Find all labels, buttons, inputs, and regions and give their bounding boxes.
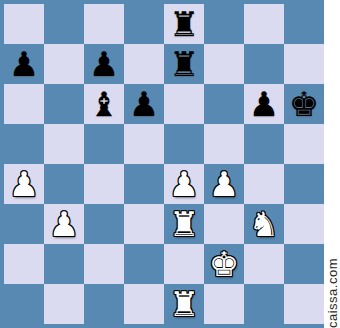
piece-black-pawn-g6: ♟ [249, 84, 279, 124]
square-d3[interactable] [124, 204, 164, 244]
square-f5[interactable] [204, 124, 244, 164]
square-c2[interactable] [84, 244, 124, 284]
chess-board: ♜♟♟♜♝♟♟♚♟♟♟♟♜♞♚♜ [4, 4, 324, 324]
square-b6[interactable] [44, 84, 84, 124]
square-d6[interactable]: ♟ [124, 84, 164, 124]
square-h7[interactable] [284, 44, 324, 84]
square-f6[interactable] [204, 84, 244, 124]
square-a4[interactable]: ♟ [4, 164, 44, 204]
square-a5[interactable] [4, 124, 44, 164]
square-h6[interactable]: ♚ [284, 84, 324, 124]
square-c4[interactable] [84, 164, 124, 204]
piece-black-pawn-d6: ♟ [129, 84, 159, 124]
piece-white-pawn-a4: ♟ [9, 164, 39, 204]
square-g6[interactable]: ♟ [244, 84, 284, 124]
square-g1[interactable] [244, 284, 284, 324]
square-e7[interactable]: ♜ [164, 44, 204, 84]
piece-white-knight-g3: ♞ [249, 204, 279, 244]
square-g4[interactable] [244, 164, 284, 204]
piece-black-rook-e8: ♜ [169, 4, 199, 44]
piece-white-rook-e1: ♜ [169, 284, 199, 324]
piece-black-bishop-c6: ♝ [89, 84, 119, 124]
square-c3[interactable] [84, 204, 124, 244]
square-h8[interactable] [284, 4, 324, 44]
square-g7[interactable] [244, 44, 284, 84]
piece-white-king-f2: ♚ [209, 244, 239, 284]
square-h4[interactable] [284, 164, 324, 204]
square-f1[interactable] [204, 284, 244, 324]
piece-white-rook-e3: ♜ [169, 204, 199, 244]
piece-black-pawn-a7: ♟ [9, 44, 39, 84]
square-e5[interactable] [164, 124, 204, 164]
square-d7[interactable] [124, 44, 164, 84]
piece-black-pawn-c7: ♟ [89, 44, 119, 84]
square-d1[interactable] [124, 284, 164, 324]
square-e1[interactable]: ♜ [164, 284, 204, 324]
square-g2[interactable] [244, 244, 284, 284]
square-f4[interactable]: ♟ [204, 164, 244, 204]
square-b3[interactable]: ♟ [44, 204, 84, 244]
chess-diagram: ♜♟♟♜♝♟♟♚♟♟♟♟♜♞♚♜ caissa.com [0, 0, 340, 328]
piece-white-pawn-e4: ♟ [169, 164, 199, 204]
piece-black-king-h6: ♚ [289, 84, 319, 124]
square-c1[interactable] [84, 284, 124, 324]
square-b8[interactable] [44, 4, 84, 44]
square-h1[interactable] [284, 284, 324, 324]
square-c8[interactable] [84, 4, 124, 44]
square-d2[interactable] [124, 244, 164, 284]
square-d4[interactable] [124, 164, 164, 204]
square-e6[interactable] [164, 84, 204, 124]
square-c6[interactable]: ♝ [84, 84, 124, 124]
square-b7[interactable] [44, 44, 84, 84]
square-c7[interactable]: ♟ [84, 44, 124, 84]
square-d5[interactable] [124, 124, 164, 164]
square-f7[interactable] [204, 44, 244, 84]
square-a3[interactable] [4, 204, 44, 244]
square-h3[interactable] [284, 204, 324, 244]
piece-white-pawn-b3: ♟ [49, 204, 79, 244]
square-g3[interactable]: ♞ [244, 204, 284, 244]
square-b4[interactable] [44, 164, 84, 204]
square-c5[interactable] [84, 124, 124, 164]
square-e4[interactable]: ♟ [164, 164, 204, 204]
square-a7[interactable]: ♟ [4, 44, 44, 84]
square-a6[interactable] [4, 84, 44, 124]
square-e8[interactable]: ♜ [164, 4, 204, 44]
square-f2[interactable]: ♚ [204, 244, 244, 284]
square-e2[interactable] [164, 244, 204, 284]
watermark-strip: caissa.com [324, 0, 340, 328]
square-d8[interactable] [124, 4, 164, 44]
square-g8[interactable] [244, 4, 284, 44]
square-e3[interactable]: ♜ [164, 204, 204, 244]
square-a1[interactable] [4, 284, 44, 324]
square-a2[interactable] [4, 244, 44, 284]
square-h2[interactable] [284, 244, 324, 284]
square-b5[interactable] [44, 124, 84, 164]
square-a8[interactable] [4, 4, 44, 44]
square-g5[interactable] [244, 124, 284, 164]
square-b1[interactable] [44, 284, 84, 324]
watermark-caissa: caissa.com [325, 255, 340, 328]
square-f8[interactable] [204, 4, 244, 44]
piece-black-rook-e7: ♜ [169, 44, 199, 84]
square-f3[interactable] [204, 204, 244, 244]
square-h5[interactable] [284, 124, 324, 164]
piece-white-pawn-f4: ♟ [209, 164, 239, 204]
square-b2[interactable] [44, 244, 84, 284]
